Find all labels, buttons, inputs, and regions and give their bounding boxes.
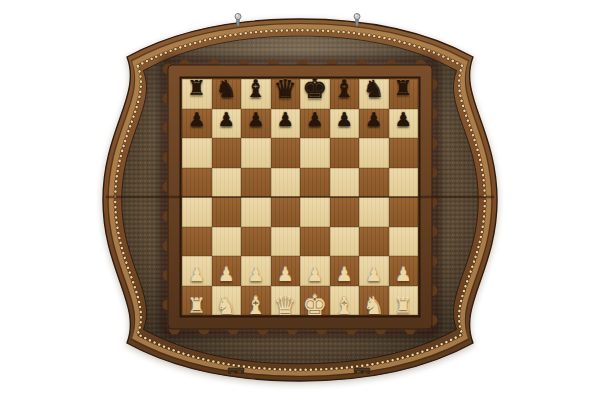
square-b6[interactable] xyxy=(212,138,242,168)
piece-black-pawn[interactable]: ♟ xyxy=(395,110,412,129)
piece-white-knight[interactable]: ♞ xyxy=(363,294,385,318)
piece-white-bishop[interactable]: ♝ xyxy=(333,294,355,318)
square-f8[interactable]: ♝ xyxy=(330,79,360,109)
square-a5[interactable] xyxy=(182,168,212,198)
piece-white-king[interactable]: ♚ xyxy=(302,292,327,320)
piece-white-pawn[interactable]: ♟ xyxy=(395,265,412,284)
board-fold-seam xyxy=(182,196,418,198)
piece-white-pawn[interactable]: ♟ xyxy=(247,265,264,284)
square-b2[interactable]: ♟ xyxy=(212,256,242,286)
square-e2[interactable]: ♟ xyxy=(300,256,330,286)
piece-white-queen[interactable]: ♛ xyxy=(274,293,297,319)
square-g4[interactable] xyxy=(359,197,389,227)
square-a8[interactable]: ♜ xyxy=(182,79,212,109)
piece-black-bishop[interactable]: ♝ xyxy=(333,77,355,101)
square-e3[interactable] xyxy=(300,227,330,257)
piece-white-pawn[interactable]: ♟ xyxy=(365,265,382,284)
square-h8[interactable]: ♜ xyxy=(389,79,419,109)
square-a3[interactable] xyxy=(182,227,212,257)
square-a2[interactable]: ♟ xyxy=(182,256,212,286)
piece-black-queen[interactable]: ♛ xyxy=(274,76,297,102)
square-f5[interactable] xyxy=(330,168,360,198)
square-d3[interactable] xyxy=(271,227,301,257)
square-d2[interactable]: ♟ xyxy=(271,256,301,286)
square-b8[interactable]: ♞ xyxy=(212,79,242,109)
piece-white-pawn[interactable]: ♟ xyxy=(277,265,294,284)
square-d4[interactable] xyxy=(271,197,301,227)
square-e8[interactable]: ♚ xyxy=(300,79,330,109)
square-h6[interactable] xyxy=(389,138,419,168)
piece-black-pawn[interactable]: ♟ xyxy=(247,110,264,129)
square-g8[interactable]: ♞ xyxy=(359,79,389,109)
piece-white-pawn[interactable]: ♟ xyxy=(306,265,323,284)
piece-black-pawn[interactable]: ♟ xyxy=(306,110,323,129)
piece-black-pawn[interactable]: ♟ xyxy=(188,110,205,129)
piece-white-rook[interactable]: ♜ xyxy=(394,296,413,317)
square-h7[interactable]: ♟ xyxy=(389,109,419,139)
square-f3[interactable] xyxy=(330,227,360,257)
square-b5[interactable] xyxy=(212,168,242,198)
square-e1[interactable]: ♚ xyxy=(300,286,330,316)
square-e7[interactable]: ♟ xyxy=(300,109,330,139)
square-h5[interactable] xyxy=(389,168,419,198)
square-e5[interactable] xyxy=(300,168,330,198)
square-g3[interactable] xyxy=(359,227,389,257)
square-b1[interactable]: ♞ xyxy=(212,286,242,316)
square-c4[interactable] xyxy=(241,197,271,227)
square-h3[interactable] xyxy=(389,227,419,257)
square-d5[interactable] xyxy=(271,168,301,198)
square-f6[interactable] xyxy=(330,138,360,168)
square-b7[interactable]: ♟ xyxy=(212,109,242,139)
square-a4[interactable] xyxy=(182,197,212,227)
square-f7[interactable]: ♟ xyxy=(330,109,360,139)
square-c7[interactable]: ♟ xyxy=(241,109,271,139)
square-h1[interactable]: ♜ xyxy=(389,286,419,316)
piece-black-bishop[interactable]: ♝ xyxy=(245,77,267,101)
piece-white-pawn[interactable]: ♟ xyxy=(336,265,353,284)
square-h4[interactable] xyxy=(389,197,419,227)
square-g6[interactable] xyxy=(359,138,389,168)
piece-black-knight[interactable]: ♞ xyxy=(363,77,385,101)
square-c2[interactable]: ♟ xyxy=(241,256,271,286)
square-b4[interactable] xyxy=(212,197,242,227)
piece-white-rook[interactable]: ♜ xyxy=(187,296,206,317)
square-e6[interactable] xyxy=(300,138,330,168)
square-a7[interactable]: ♟ xyxy=(182,109,212,139)
square-d8[interactable]: ♛ xyxy=(271,79,301,109)
latch-left-icon xyxy=(228,368,244,374)
piece-black-pawn[interactable]: ♟ xyxy=(336,110,353,129)
square-f2[interactable]: ♟ xyxy=(330,256,360,286)
piece-white-knight[interactable]: ♞ xyxy=(215,294,237,318)
piece-white-pawn[interactable]: ♟ xyxy=(218,265,235,284)
piece-white-pawn[interactable]: ♟ xyxy=(188,265,205,284)
square-h2[interactable]: ♟ xyxy=(389,256,419,286)
piece-black-rook[interactable]: ♜ xyxy=(187,78,206,99)
piece-black-pawn[interactable]: ♟ xyxy=(365,110,382,129)
square-c5[interactable] xyxy=(241,168,271,198)
piece-black-knight[interactable]: ♞ xyxy=(215,77,237,101)
square-c3[interactable] xyxy=(241,227,271,257)
square-f1[interactable]: ♝ xyxy=(330,286,360,316)
square-d7[interactable]: ♟ xyxy=(271,109,301,139)
square-g2[interactable]: ♟ xyxy=(359,256,389,286)
square-f4[interactable] xyxy=(330,197,360,227)
square-a6[interactable] xyxy=(182,138,212,168)
piece-black-king[interactable]: ♚ xyxy=(302,75,327,103)
piece-white-bishop[interactable]: ♝ xyxy=(245,294,267,318)
square-d6[interactable] xyxy=(271,138,301,168)
square-a1[interactable]: ♜ xyxy=(182,286,212,316)
square-g1[interactable]: ♞ xyxy=(359,286,389,316)
piece-black-pawn[interactable]: ♟ xyxy=(277,110,294,129)
chess-case-photo: ♜♞♝♛♚♝♞♜♟♟♟♟♟♟♟♟♟♟♟♟♟♟♟♟♜♞♝♛♚♝♞♜ xyxy=(0,0,600,400)
square-c1[interactable]: ♝ xyxy=(241,286,271,316)
square-g5[interactable] xyxy=(359,168,389,198)
square-e4[interactable] xyxy=(300,197,330,227)
piece-black-rook[interactable]: ♜ xyxy=(394,78,413,99)
square-g7[interactable]: ♟ xyxy=(359,109,389,139)
square-d1[interactable]: ♛ xyxy=(271,286,301,316)
square-c8[interactable]: ♝ xyxy=(241,79,271,109)
piece-black-pawn[interactable]: ♟ xyxy=(218,110,235,129)
latch-right-icon xyxy=(354,368,370,374)
square-b3[interactable] xyxy=(212,227,242,257)
square-c6[interactable] xyxy=(241,138,271,168)
